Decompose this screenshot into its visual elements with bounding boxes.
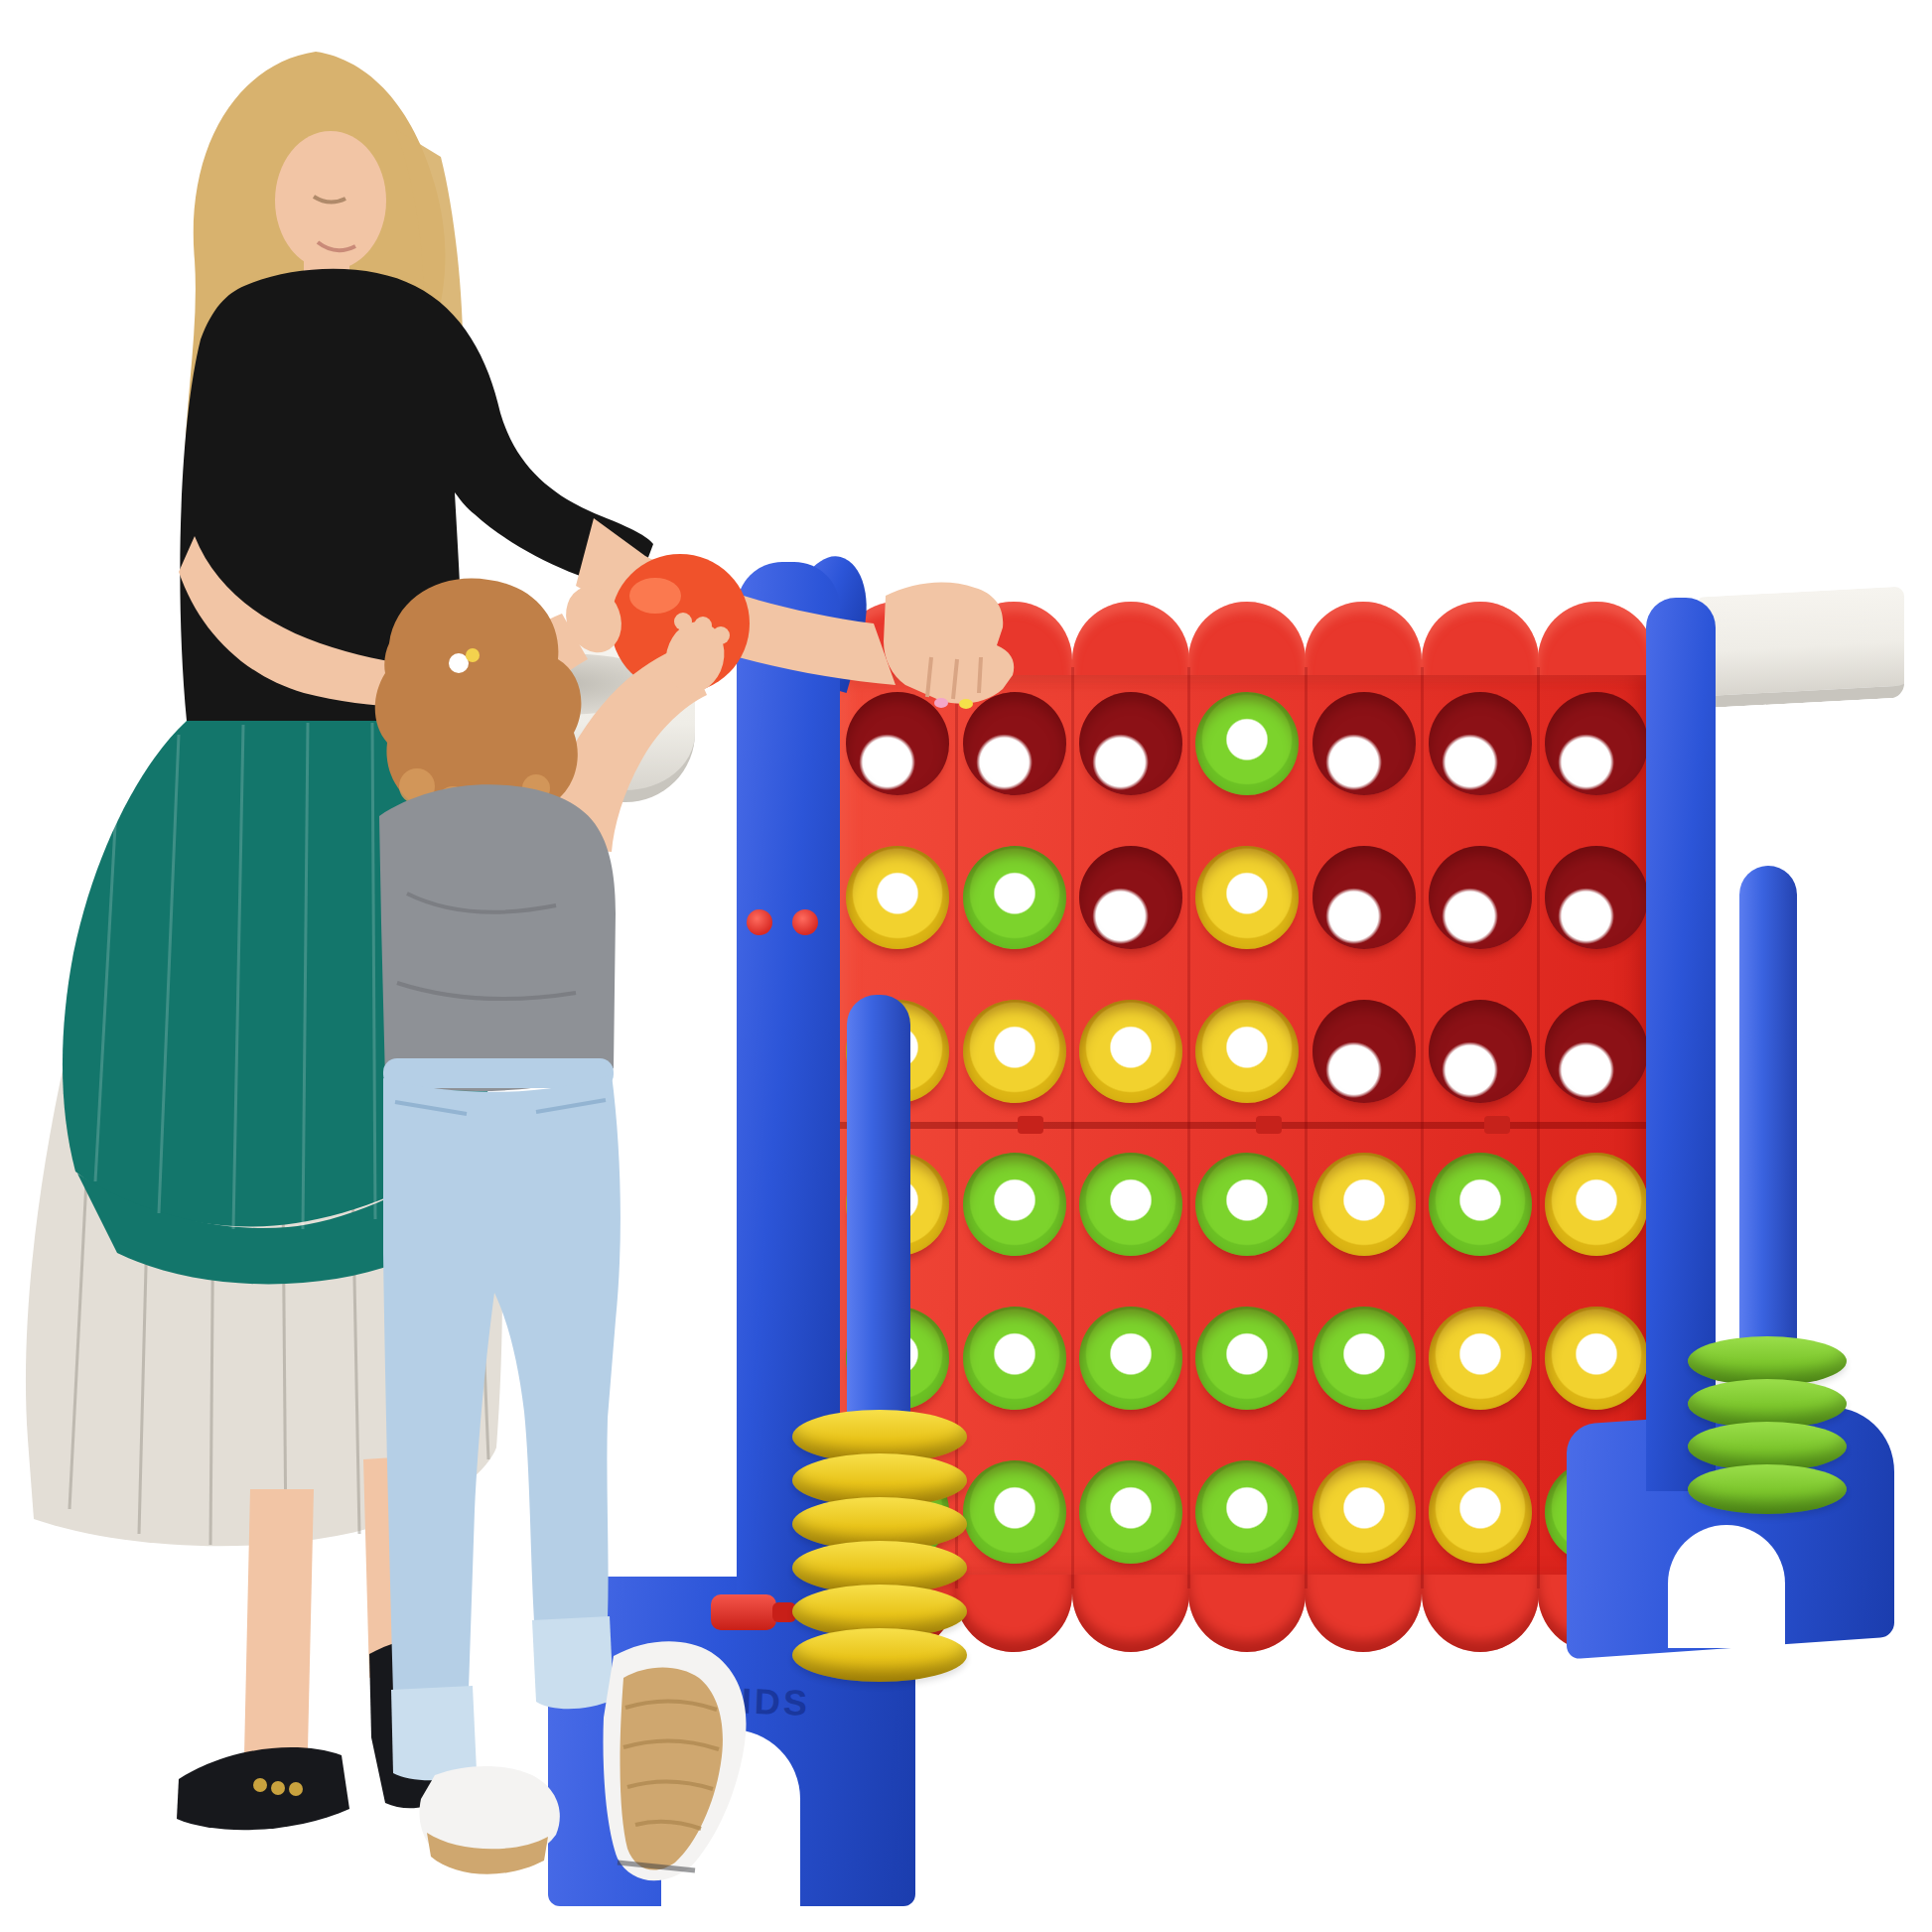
cell-r5c7 — [1537, 1282, 1653, 1436]
empty-slot — [1429, 692, 1532, 795]
cell-r5c5 — [1305, 1282, 1421, 1436]
left-disc-tray — [421, 641, 695, 802]
green-disc — [1195, 1460, 1299, 1564]
green-disc — [1079, 1153, 1182, 1256]
yellow-disc — [1195, 1000, 1299, 1103]
jeans-waistband — [383, 1058, 614, 1088]
empty-slot — [1429, 846, 1532, 949]
cell-r1c3 — [1071, 667, 1187, 821]
empty-slot — [1545, 846, 1648, 949]
empty-slot — [1079, 692, 1182, 795]
cell-r2c5 — [1305, 821, 1421, 975]
cell-r3c3 — [1071, 974, 1187, 1128]
green-disc — [1195, 1153, 1299, 1256]
toddler-left-sneaker — [419, 1766, 559, 1867]
woman-teal-skirt — [63, 721, 500, 1226]
yellow-disc — [1195, 846, 1299, 949]
empty-slot — [1312, 846, 1416, 949]
cell-r1c7 — [1537, 667, 1653, 821]
cell-r3c6 — [1421, 974, 1537, 1128]
yellow-ring — [792, 1628, 967, 1682]
cell-r6c5 — [1305, 1435, 1421, 1588]
woman-left-loafer — [177, 1747, 349, 1830]
cell-r5c6 — [1421, 1282, 1537, 1436]
green-disc — [1195, 692, 1299, 795]
green-disc — [963, 1307, 1066, 1410]
cell-r2c6 — [1421, 821, 1537, 975]
woman-right-loafer — [369, 1637, 467, 1808]
cell-r1c6 — [1421, 667, 1537, 821]
cell-r4c3 — [1071, 1128, 1187, 1282]
yellow-disc — [1312, 1460, 1416, 1564]
woman-silver-skirt — [26, 1056, 502, 1546]
cell-r3c2 — [955, 974, 1071, 1128]
empty-slot — [1429, 1000, 1532, 1103]
empty-slot — [846, 692, 949, 795]
cell-r1c1 — [839, 667, 955, 821]
cell-r3c4 — [1187, 974, 1304, 1128]
jeans-cuff — [391, 1686, 477, 1780]
yellow-disc — [846, 846, 949, 949]
cell-r1c2 — [955, 667, 1071, 821]
green-disc — [1429, 1153, 1532, 1256]
cell-r3c5 — [1305, 974, 1421, 1128]
cell-r1c5 — [1305, 667, 1421, 821]
yellow-disc — [1079, 1000, 1182, 1103]
cell-r4c6 — [1421, 1128, 1537, 1282]
cell-r6c3 — [1071, 1435, 1187, 1588]
cell-r4c4 — [1187, 1128, 1304, 1282]
cell-r5c4 — [1187, 1282, 1304, 1436]
board-half-seam — [839, 1122, 1653, 1129]
yellow-disc — [963, 1000, 1066, 1103]
cell-r1c4 — [1187, 667, 1304, 821]
green-disc — [963, 1460, 1066, 1564]
cell-r2c2 — [955, 821, 1071, 975]
cell-r2c1 — [839, 821, 955, 975]
post-button-icon — [792, 909, 818, 935]
cell-r4c5 — [1305, 1128, 1421, 1282]
empty-slot — [963, 692, 1066, 795]
green-ring — [1688, 1464, 1847, 1514]
cell-r5c3 — [1071, 1282, 1187, 1436]
green-disc — [963, 1153, 1066, 1256]
cell-r4c7 — [1537, 1128, 1653, 1282]
empty-slot — [1312, 692, 1416, 795]
empty-slot — [1079, 846, 1182, 949]
woman-face — [275, 131, 386, 270]
empty-slot — [1545, 692, 1648, 795]
toddler-gray-tshirt — [379, 784, 616, 1091]
cell-r5c2 — [955, 1282, 1071, 1436]
cell-r6c2 — [955, 1435, 1071, 1588]
product-photo-scene: KIDS — [0, 0, 1932, 1932]
cell-r2c4 — [1187, 821, 1304, 975]
right-foot-arch — [1668, 1525, 1785, 1648]
yellow-disc — [1429, 1307, 1532, 1410]
yellow-disc — [1312, 1153, 1416, 1256]
kids-embossed-label: KIDS — [712, 1680, 852, 1726]
cell-r3c7 — [1537, 974, 1653, 1128]
cell-r6c4 — [1187, 1435, 1304, 1588]
left-foot-arch — [661, 1729, 800, 1906]
green-disc — [1312, 1307, 1416, 1410]
cell-r4c2 — [955, 1128, 1071, 1282]
cell-r2c7 — [1537, 821, 1653, 975]
green-disc — [1079, 1460, 1182, 1564]
tray-bowl-opening — [439, 653, 673, 715]
yellow-disc — [1545, 1307, 1648, 1410]
green-disc — [963, 846, 1066, 949]
yellow-disc — [1545, 1153, 1648, 1256]
cell-r6c6 — [1421, 1435, 1537, 1588]
cell-r2c3 — [1071, 821, 1187, 975]
post-button-icon — [747, 909, 772, 935]
empty-slot — [1545, 1000, 1648, 1103]
yellow-disc — [1429, 1460, 1532, 1564]
right-disc-tray — [1698, 587, 1904, 709]
green-disc — [1195, 1307, 1299, 1410]
empty-slot — [1312, 1000, 1416, 1103]
disc-release-lever — [711, 1594, 776, 1630]
green-disc — [1079, 1307, 1182, 1410]
